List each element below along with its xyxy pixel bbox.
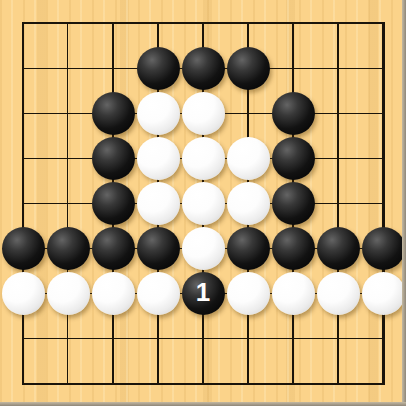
- intersection-r7c6[interactable]: [271, 316, 316, 361]
- intersection-r6c3[interactable]: [136, 271, 181, 316]
- white-stone: [227, 272, 270, 315]
- white-stone: [272, 272, 315, 315]
- black-stone: [92, 182, 135, 225]
- intersection-r1c0[interactable]: [1, 46, 46, 91]
- intersection-r3c8[interactable]: [361, 136, 406, 181]
- board-edge-bottom: [0, 402, 406, 406]
- intersection-r5c1[interactable]: [46, 226, 91, 271]
- intersection-r5c8[interactable]: [361, 226, 406, 271]
- intersection-r0c3[interactable]: [136, 1, 181, 46]
- intersection-r0c2[interactable]: [91, 1, 136, 46]
- white-stone: [182, 227, 225, 270]
- intersection-r2c0[interactable]: [1, 91, 46, 136]
- intersection-r2c5[interactable]: [226, 91, 271, 136]
- white-stone: [182, 182, 225, 225]
- intersection-r4c6[interactable]: [271, 181, 316, 226]
- intersection-r7c7[interactable]: [316, 316, 361, 361]
- intersection-r5c0[interactable]: [1, 226, 46, 271]
- intersection-r5c2[interactable]: [91, 226, 136, 271]
- intersection-r1c5[interactable]: [226, 46, 271, 91]
- intersection-r6c5[interactable]: [226, 271, 271, 316]
- intersection-r1c8[interactable]: [361, 46, 406, 91]
- black-stone: [317, 227, 360, 270]
- intersection-r4c5[interactable]: [226, 181, 271, 226]
- intersection-r2c8[interactable]: [361, 91, 406, 136]
- intersection-r2c3[interactable]: [136, 91, 181, 136]
- intersection-r4c1[interactable]: [46, 181, 91, 226]
- white-stone: [182, 92, 225, 135]
- intersection-r1c2[interactable]: [91, 46, 136, 91]
- intersection-r0c0[interactable]: [1, 1, 46, 46]
- intersection-r3c7[interactable]: [316, 136, 361, 181]
- intersection-r4c7[interactable]: [316, 181, 361, 226]
- black-stone: [137, 227, 180, 270]
- intersection-r6c2[interactable]: [91, 271, 136, 316]
- intersection-r6c7[interactable]: [316, 271, 361, 316]
- intersection-r0c4[interactable]: [181, 1, 226, 46]
- black-stone: [47, 227, 90, 270]
- intersection-r2c4[interactable]: [181, 91, 226, 136]
- intersection-r8c7[interactable]: [316, 361, 361, 406]
- intersection-r8c2[interactable]: [91, 361, 136, 406]
- white-stone: [137, 92, 180, 135]
- black-stone: [137, 47, 180, 90]
- intersection-r8c1[interactable]: [46, 361, 91, 406]
- black-stone: [227, 227, 270, 270]
- intersection-r4c2[interactable]: [91, 181, 136, 226]
- intersection-r2c7[interactable]: [316, 91, 361, 136]
- intersection-r8c4[interactable]: [181, 361, 226, 406]
- intersection-r4c3[interactable]: [136, 181, 181, 226]
- intersection-r1c6[interactable]: [271, 46, 316, 91]
- black-stone: [2, 227, 45, 270]
- black-stone: [272, 137, 315, 180]
- intersection-r8c0[interactable]: [1, 361, 46, 406]
- intersection-r8c6[interactable]: [271, 361, 316, 406]
- intersection-r7c1[interactable]: [46, 316, 91, 361]
- intersection-r8c3[interactable]: [136, 361, 181, 406]
- intersection-r0c7[interactable]: [316, 1, 361, 46]
- black-stone: [227, 47, 270, 90]
- white-stone: [137, 182, 180, 225]
- intersection-r6c8[interactable]: [361, 271, 406, 316]
- intersection-r7c3[interactable]: [136, 316, 181, 361]
- intersection-r2c2[interactable]: [91, 91, 136, 136]
- white-stone: [92, 272, 135, 315]
- intersection-r3c3[interactable]: [136, 136, 181, 181]
- intersection-r3c2[interactable]: [91, 136, 136, 181]
- intersection-r3c6[interactable]: [271, 136, 316, 181]
- intersection-r6c0[interactable]: [1, 271, 46, 316]
- black-stone: 1: [182, 272, 225, 315]
- stones-layer: 1: [1, 1, 406, 406]
- white-stone: [182, 137, 225, 180]
- intersection-r1c1[interactable]: [46, 46, 91, 91]
- intersection-r0c1[interactable]: [46, 1, 91, 46]
- black-stone: [272, 182, 315, 225]
- intersection-r7c0[interactable]: [1, 316, 46, 361]
- intersection-r6c6[interactable]: [271, 271, 316, 316]
- intersection-r0c8[interactable]: [361, 1, 406, 46]
- black-stone: [272, 92, 315, 135]
- intersection-r6c4[interactable]: 1: [181, 271, 226, 316]
- intersection-r2c6[interactable]: [271, 91, 316, 136]
- intersection-r0c5[interactable]: [226, 1, 271, 46]
- black-stone: [272, 227, 315, 270]
- intersection-r8c8[interactable]: [361, 361, 406, 406]
- intersection-r6c1[interactable]: [46, 271, 91, 316]
- intersection-r7c5[interactable]: [226, 316, 271, 361]
- intersection-r5c5[interactable]: [226, 226, 271, 271]
- white-stone: [227, 182, 270, 225]
- intersection-r1c4[interactable]: [181, 46, 226, 91]
- black-stone: [92, 92, 135, 135]
- white-stone: [362, 272, 405, 315]
- white-stone: [227, 137, 270, 180]
- intersection-r2c1[interactable]: [46, 91, 91, 136]
- intersection-r3c5[interactable]: [226, 136, 271, 181]
- board-edge-right: [402, 0, 406, 406]
- black-stone: [182, 47, 225, 90]
- intersection-r5c6[interactable]: [271, 226, 316, 271]
- black-stone: [362, 227, 405, 270]
- intersection-r0c6[interactable]: [271, 1, 316, 46]
- white-stone: [2, 272, 45, 315]
- intersection-r7c8[interactable]: [361, 316, 406, 361]
- white-stone: [47, 272, 90, 315]
- black-stone: [92, 137, 135, 180]
- intersection-r1c7[interactable]: [316, 46, 361, 91]
- intersection-r1c3[interactable]: [136, 46, 181, 91]
- black-stone: [92, 227, 135, 270]
- intersection-r7c2[interactable]: [91, 316, 136, 361]
- intersection-r3c0[interactable]: [1, 136, 46, 181]
- intersection-r4c8[interactable]: [361, 181, 406, 226]
- white-stone: [137, 137, 180, 180]
- white-stone: [317, 272, 360, 315]
- intersection-r8c5[interactable]: [226, 361, 271, 406]
- move-number-label: 1: [196, 279, 210, 305]
- intersection-r5c3[interactable]: [136, 226, 181, 271]
- white-stone: [137, 272, 180, 315]
- intersection-r7c4[interactable]: [181, 316, 226, 361]
- intersection-r3c1[interactable]: [46, 136, 91, 181]
- intersection-r5c4[interactable]: [181, 226, 226, 271]
- go-board[interactable]: 1: [0, 0, 406, 406]
- intersection-r4c4[interactable]: [181, 181, 226, 226]
- intersection-r3c4[interactable]: [181, 136, 226, 181]
- intersection-r5c7[interactable]: [316, 226, 361, 271]
- intersection-r4c0[interactable]: [1, 181, 46, 226]
